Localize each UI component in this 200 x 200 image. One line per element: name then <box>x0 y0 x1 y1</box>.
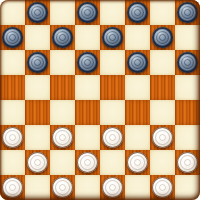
square-c3[interactable]: ⛀ <box>50 125 75 150</box>
checker-piece-dark[interactable]: ⛂ <box>77 52 98 73</box>
square-h1[interactable] <box>175 175 200 200</box>
checker-piece-light[interactable]: ⛀ <box>52 177 73 198</box>
checker-piece-light[interactable]: ⛀ <box>177 152 198 173</box>
square-b3[interactable] <box>25 125 50 150</box>
checkers-board: ⛂⛂⛂⛂⛂⛂⛂⛂⛂⛂⛂⛂⛀⛀⛀⛀⛀⛀⛀⛀⛀⛀⛀⛀ <box>0 0 200 200</box>
square-d5[interactable] <box>75 75 100 100</box>
square-b4[interactable] <box>25 100 50 125</box>
square-h4[interactable] <box>175 100 200 125</box>
checker-piece-dark[interactable]: ⛂ <box>52 27 73 48</box>
square-f5[interactable] <box>125 75 150 100</box>
square-f4[interactable] <box>125 100 150 125</box>
square-c4[interactable] <box>50 100 75 125</box>
square-d1[interactable] <box>75 175 100 200</box>
square-b7[interactable] <box>25 25 50 50</box>
square-e3[interactable]: ⛀ <box>100 125 125 150</box>
square-e2[interactable] <box>100 150 125 175</box>
square-a1[interactable]: ⛀ <box>0 175 25 200</box>
square-e6[interactable] <box>100 50 125 75</box>
square-d8[interactable]: ⛂ <box>75 0 100 25</box>
checker-piece-dark[interactable]: ⛂ <box>27 52 48 73</box>
square-h5[interactable] <box>175 75 200 100</box>
checker-piece-light[interactable]: ⛀ <box>152 127 173 148</box>
square-f6[interactable]: ⛂ <box>125 50 150 75</box>
square-g3[interactable]: ⛀ <box>150 125 175 150</box>
checker-piece-dark[interactable]: ⛂ <box>102 27 123 48</box>
square-a4[interactable] <box>0 100 25 125</box>
square-a8[interactable] <box>0 0 25 25</box>
square-h6[interactable]: ⛂ <box>175 50 200 75</box>
checker-piece-light[interactable]: ⛀ <box>127 152 148 173</box>
square-d6[interactable]: ⛂ <box>75 50 100 75</box>
checker-piece-dark[interactable]: ⛂ <box>127 52 148 73</box>
checker-piece-light[interactable]: ⛀ <box>77 152 98 173</box>
square-g4[interactable] <box>150 100 175 125</box>
square-h7[interactable] <box>175 25 200 50</box>
square-f1[interactable] <box>125 175 150 200</box>
square-f2[interactable]: ⛀ <box>125 150 150 175</box>
square-a3[interactable]: ⛀ <box>0 125 25 150</box>
square-d4[interactable] <box>75 100 100 125</box>
square-e1[interactable]: ⛀ <box>100 175 125 200</box>
square-e4[interactable] <box>100 100 125 125</box>
checker-piece-light[interactable]: ⛀ <box>2 177 23 198</box>
square-b6[interactable]: ⛂ <box>25 50 50 75</box>
square-c5[interactable] <box>50 75 75 100</box>
square-g6[interactable] <box>150 50 175 75</box>
checker-piece-dark[interactable]: ⛂ <box>177 2 198 23</box>
square-a7[interactable]: ⛂ <box>0 25 25 50</box>
checker-piece-light[interactable]: ⛀ <box>52 127 73 148</box>
checker-piece-light[interactable]: ⛀ <box>27 152 48 173</box>
checker-piece-light[interactable]: ⛀ <box>102 127 123 148</box>
square-e8[interactable] <box>100 0 125 25</box>
square-g8[interactable] <box>150 0 175 25</box>
checker-piece-light[interactable]: ⛀ <box>152 177 173 198</box>
square-d7[interactable] <box>75 25 100 50</box>
square-b8[interactable]: ⛂ <box>25 0 50 25</box>
square-e7[interactable]: ⛂ <box>100 25 125 50</box>
board-grid: ⛂⛂⛂⛂⛂⛂⛂⛂⛂⛂⛂⛂⛀⛀⛀⛀⛀⛀⛀⛀⛀⛀⛀⛀ <box>0 0 200 200</box>
checker-piece-dark[interactable]: ⛂ <box>177 52 198 73</box>
square-g7[interactable]: ⛂ <box>150 25 175 50</box>
square-c8[interactable] <box>50 0 75 25</box>
square-b5[interactable] <box>25 75 50 100</box>
checker-piece-dark[interactable]: ⛂ <box>2 27 23 48</box>
square-a2[interactable] <box>0 150 25 175</box>
square-d2[interactable]: ⛀ <box>75 150 100 175</box>
square-d3[interactable] <box>75 125 100 150</box>
square-f8[interactable]: ⛂ <box>125 0 150 25</box>
checker-piece-dark[interactable]: ⛂ <box>77 2 98 23</box>
checker-piece-dark[interactable]: ⛂ <box>127 2 148 23</box>
square-c6[interactable] <box>50 50 75 75</box>
square-h2[interactable]: ⛀ <box>175 150 200 175</box>
square-h8[interactable]: ⛂ <box>175 0 200 25</box>
checker-piece-light[interactable]: ⛀ <box>2 127 23 148</box>
square-g5[interactable] <box>150 75 175 100</box>
square-c2[interactable] <box>50 150 75 175</box>
square-a5[interactable] <box>0 75 25 100</box>
square-f7[interactable] <box>125 25 150 50</box>
square-c1[interactable]: ⛀ <box>50 175 75 200</box>
square-g2[interactable] <box>150 150 175 175</box>
square-h3[interactable] <box>175 125 200 150</box>
square-b2[interactable]: ⛀ <box>25 150 50 175</box>
checker-piece-dark[interactable]: ⛂ <box>152 27 173 48</box>
square-c7[interactable]: ⛂ <box>50 25 75 50</box>
square-a6[interactable] <box>0 50 25 75</box>
square-b1[interactable] <box>25 175 50 200</box>
checker-piece-dark[interactable]: ⛂ <box>27 2 48 23</box>
square-e5[interactable] <box>100 75 125 100</box>
square-f3[interactable] <box>125 125 150 150</box>
square-g1[interactable]: ⛀ <box>150 175 175 200</box>
checker-piece-light[interactable]: ⛀ <box>102 177 123 198</box>
